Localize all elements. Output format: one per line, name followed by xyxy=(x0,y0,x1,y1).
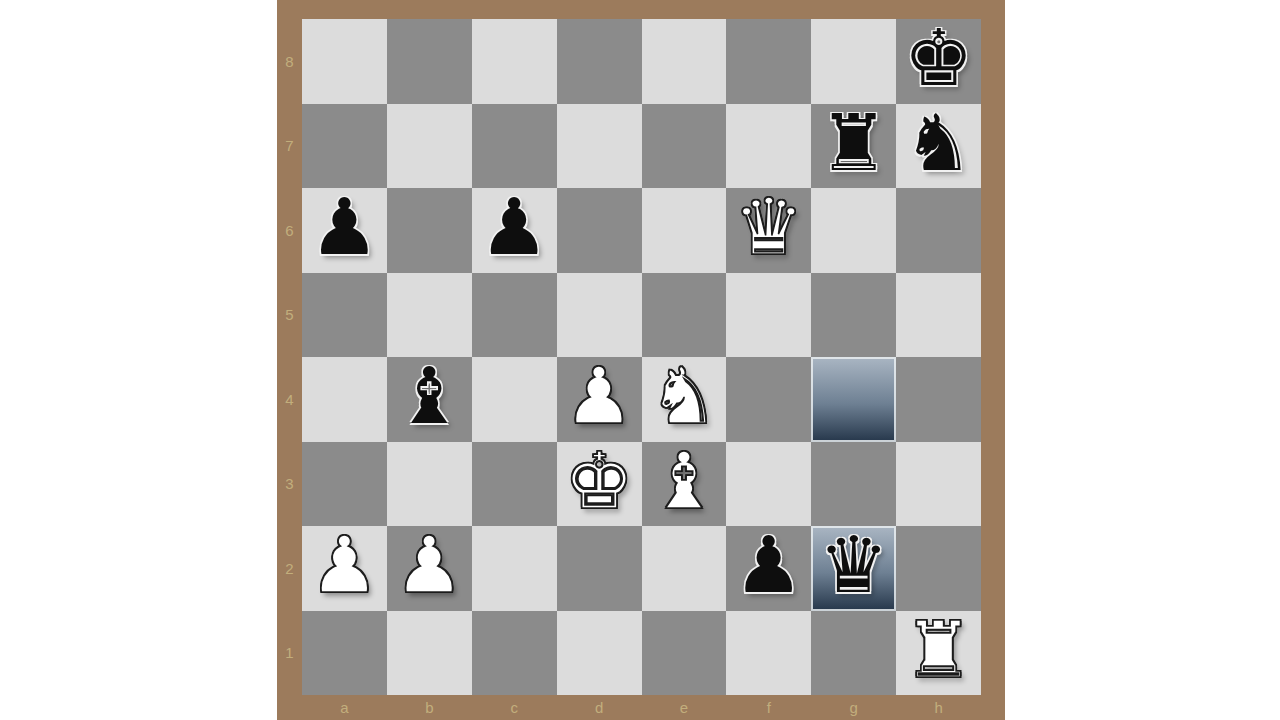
file-labels: abcdefgh xyxy=(302,695,981,720)
square-f7[interactable] xyxy=(726,104,811,189)
square-h8[interactable]: ♚ xyxy=(896,19,981,104)
square-c5[interactable] xyxy=(472,273,557,358)
square-d8[interactable] xyxy=(557,19,642,104)
square-d3[interactable]: ♚ xyxy=(557,442,642,527)
square-e7[interactable] xyxy=(642,104,727,189)
square-a4[interactable] xyxy=(302,357,387,442)
square-g6[interactable] xyxy=(811,188,896,273)
file-label-c: c xyxy=(472,695,557,720)
square-b7[interactable] xyxy=(387,104,472,189)
square-c3[interactable] xyxy=(472,442,557,527)
square-a7[interactable] xyxy=(302,104,387,189)
square-h7[interactable]: ♞ xyxy=(896,104,981,189)
rank-label-5: 5 xyxy=(277,273,302,358)
black-rook[interactable]: ♜ xyxy=(819,104,889,182)
square-d4[interactable]: ♟ xyxy=(557,357,642,442)
square-f3[interactable] xyxy=(726,442,811,527)
white-queen[interactable]: ♛ xyxy=(734,188,804,266)
square-a6[interactable]: ♟ xyxy=(302,188,387,273)
square-d7[interactable] xyxy=(557,104,642,189)
rank-label-1: 1 xyxy=(277,611,302,696)
square-d5[interactable] xyxy=(557,273,642,358)
square-g8[interactable] xyxy=(811,19,896,104)
black-pawn[interactable]: ♟ xyxy=(734,526,804,604)
file-label-b: b xyxy=(387,695,472,720)
square-b4[interactable]: ♝ xyxy=(387,357,472,442)
square-b1[interactable] xyxy=(387,611,472,696)
rank-label-6: 6 xyxy=(277,188,302,273)
square-c8[interactable] xyxy=(472,19,557,104)
square-g3[interactable] xyxy=(811,442,896,527)
file-label-a: a xyxy=(302,695,387,720)
square-d2[interactable] xyxy=(557,526,642,611)
square-a3[interactable] xyxy=(302,442,387,527)
black-king[interactable]: ♚ xyxy=(904,19,974,97)
square-b8[interactable] xyxy=(387,19,472,104)
board-frame: 87654321 ♚♜♞♟♟♛♝♟♞♚♝♟♟♟♛♜ abcdefgh xyxy=(277,0,1005,720)
square-f4[interactable] xyxy=(726,357,811,442)
black-bishop[interactable]: ♝ xyxy=(394,357,464,435)
black-pawn[interactable]: ♟ xyxy=(479,188,549,266)
square-c7[interactable] xyxy=(472,104,557,189)
square-b5[interactable] xyxy=(387,273,472,358)
square-d1[interactable] xyxy=(557,611,642,696)
white-bishop[interactable]: ♝ xyxy=(649,442,719,520)
square-e4[interactable]: ♞ xyxy=(642,357,727,442)
rank-label-3: 3 xyxy=(277,442,302,527)
file-label-h: h xyxy=(896,695,981,720)
square-a5[interactable] xyxy=(302,273,387,358)
square-a2[interactable]: ♟ xyxy=(302,526,387,611)
square-h1[interactable]: ♜ xyxy=(896,611,981,696)
chess-board[interactable]: ♚♜♞♟♟♛♝♟♞♚♝♟♟♟♛♜ xyxy=(302,19,981,695)
square-g7[interactable]: ♜ xyxy=(811,104,896,189)
square-h3[interactable] xyxy=(896,442,981,527)
white-pawn[interactable]: ♟ xyxy=(394,526,464,604)
square-c4[interactable] xyxy=(472,357,557,442)
rank-labels: 87654321 xyxy=(277,19,302,695)
black-pawn[interactable]: ♟ xyxy=(309,188,379,266)
rank-label-4: 4 xyxy=(277,357,302,442)
black-queen[interactable]: ♛ xyxy=(819,526,889,604)
square-e5[interactable] xyxy=(642,273,727,358)
black-knight[interactable]: ♞ xyxy=(904,104,974,182)
square-e8[interactable] xyxy=(642,19,727,104)
square-c6[interactable]: ♟ xyxy=(472,188,557,273)
square-f1[interactable] xyxy=(726,611,811,696)
square-a8[interactable] xyxy=(302,19,387,104)
square-h6[interactable] xyxy=(896,188,981,273)
square-g5[interactable] xyxy=(811,273,896,358)
rank-label-2: 2 xyxy=(277,526,302,611)
file-label-d: d xyxy=(557,695,642,720)
square-b6[interactable] xyxy=(387,188,472,273)
square-b3[interactable] xyxy=(387,442,472,527)
square-f2[interactable]: ♟ xyxy=(726,526,811,611)
file-label-g: g xyxy=(811,695,896,720)
square-c1[interactable] xyxy=(472,611,557,696)
square-d6[interactable] xyxy=(557,188,642,273)
white-knight[interactable]: ♞ xyxy=(649,357,719,435)
rank-label-7: 7 xyxy=(277,104,302,189)
square-h4[interactable] xyxy=(896,357,981,442)
square-f6[interactable]: ♛ xyxy=(726,188,811,273)
square-e6[interactable] xyxy=(642,188,727,273)
white-pawn[interactable]: ♟ xyxy=(564,357,634,435)
square-h5[interactable] xyxy=(896,273,981,358)
square-e1[interactable] xyxy=(642,611,727,696)
square-a1[interactable] xyxy=(302,611,387,696)
square-c2[interactable] xyxy=(472,526,557,611)
square-h2[interactable] xyxy=(896,526,981,611)
square-g1[interactable] xyxy=(811,611,896,696)
square-f8[interactable] xyxy=(726,19,811,104)
square-e3[interactable]: ♝ xyxy=(642,442,727,527)
file-label-f: f xyxy=(726,695,811,720)
white-king[interactable]: ♚ xyxy=(564,442,634,520)
square-g4[interactable] xyxy=(811,357,896,442)
white-rook[interactable]: ♜ xyxy=(904,611,974,689)
square-b2[interactable]: ♟ xyxy=(387,526,472,611)
square-g2[interactable]: ♛ xyxy=(811,526,896,611)
rank-label-8: 8 xyxy=(277,19,302,104)
square-e2[interactable] xyxy=(642,526,727,611)
square-f5[interactable] xyxy=(726,273,811,358)
white-pawn[interactable]: ♟ xyxy=(309,526,379,604)
file-label-e: e xyxy=(642,695,727,720)
